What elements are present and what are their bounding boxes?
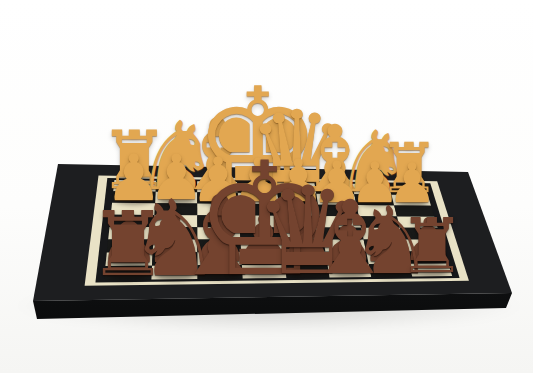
piece-black-rook[interactable]: ♜ xyxy=(398,209,466,284)
scene: ♜♞♝♚♛♝♞♜♟♟♟♟♟♟♟♟♟♟♟♟♟♟♟♟♜♞♝♚♛♝♞♜ xyxy=(0,0,533,373)
